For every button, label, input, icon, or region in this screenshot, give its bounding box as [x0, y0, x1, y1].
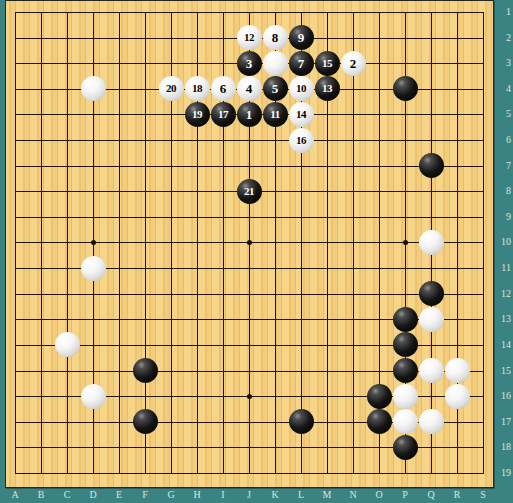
- black-stone[interactable]: [393, 76, 418, 101]
- white-stone[interactable]: [419, 358, 444, 383]
- black-stone[interactable]: [419, 153, 444, 178]
- white-stone[interactable]: [55, 332, 80, 357]
- black-stone[interactable]: [133, 358, 158, 383]
- white-stone[interactable]: 16: [289, 128, 314, 153]
- white-stone[interactable]: 20: [159, 76, 184, 101]
- column-label: Q: [421, 489, 441, 501]
- move-number: 13: [322, 83, 332, 94]
- column-label: K: [265, 489, 285, 501]
- black-stone[interactable]: 7: [289, 51, 314, 76]
- black-stone[interactable]: [393, 307, 418, 332]
- black-stone[interactable]: 13: [315, 76, 340, 101]
- move-number: 19: [192, 109, 202, 120]
- move-number: 17: [218, 109, 228, 120]
- black-stone[interactable]: 17: [211, 102, 236, 127]
- black-stone[interactable]: 21: [237, 179, 262, 204]
- black-stone[interactable]: [393, 332, 418, 357]
- column-label: J: [239, 489, 259, 501]
- row-label: 19: [494, 467, 511, 479]
- white-stone[interactable]: [445, 384, 470, 409]
- column-label: C: [57, 489, 77, 501]
- row-label: 11: [494, 262, 511, 274]
- column-label: E: [109, 489, 129, 501]
- black-stone[interactable]: 19: [185, 102, 210, 127]
- white-stone[interactable]: [419, 230, 444, 255]
- black-stone[interactable]: 11: [263, 102, 288, 127]
- move-number: 4: [246, 82, 253, 95]
- move-number: 1: [246, 108, 253, 121]
- black-stone[interactable]: [393, 358, 418, 383]
- black-stone[interactable]: [393, 435, 418, 460]
- move-number: 8: [272, 31, 279, 44]
- row-label: 17: [494, 416, 511, 428]
- black-stone[interactable]: [133, 409, 158, 434]
- row-label: 16: [494, 390, 511, 402]
- black-stone[interactable]: 15: [315, 51, 340, 76]
- white-stone[interactable]: 12: [237, 25, 262, 50]
- column-label: N: [343, 489, 363, 501]
- move-number: 10: [296, 83, 306, 94]
- white-stone[interactable]: [393, 409, 418, 434]
- white-stone[interactable]: [393, 384, 418, 409]
- white-stone[interactable]: 2: [341, 51, 366, 76]
- move-number: 6: [220, 82, 227, 95]
- row-label: 2: [494, 32, 511, 44]
- column-label: L: [291, 489, 311, 501]
- white-stone[interactable]: 8: [263, 25, 288, 50]
- row-label: 5: [494, 108, 511, 120]
- black-stone[interactable]: [419, 281, 444, 306]
- black-stone[interactable]: [289, 409, 314, 434]
- black-stone[interactable]: [367, 384, 392, 409]
- move-number: 5: [272, 82, 279, 95]
- column-label: O: [369, 489, 389, 501]
- move-number: 20: [166, 83, 176, 94]
- row-label: 7: [494, 160, 511, 172]
- row-label: 9: [494, 211, 511, 223]
- white-stone[interactable]: 18: [185, 76, 210, 101]
- black-stone[interactable]: 9: [289, 25, 314, 50]
- move-number: 7: [298, 57, 305, 70]
- move-number: 15: [322, 58, 332, 69]
- move-number: 16: [296, 135, 306, 146]
- black-stone[interactable]: 3: [237, 51, 262, 76]
- white-stone[interactable]: 6: [211, 76, 236, 101]
- row-label: 15: [494, 365, 511, 377]
- row-label: 10: [494, 236, 511, 248]
- row-label: 8: [494, 185, 511, 197]
- row-label: 13: [494, 313, 511, 325]
- row-label: 12: [494, 288, 511, 300]
- row-label: 18: [494, 441, 511, 453]
- column-label: I: [213, 489, 233, 501]
- column-label: M: [317, 489, 337, 501]
- column-label: G: [161, 489, 181, 501]
- row-label: 3: [494, 57, 511, 69]
- column-label: F: [135, 489, 155, 501]
- column-label: A: [5, 489, 25, 501]
- black-stone[interactable]: 1: [237, 102, 262, 127]
- move-number: 21: [244, 186, 254, 197]
- white-stone[interactable]: [81, 256, 106, 281]
- white-stone[interactable]: 4: [237, 76, 262, 101]
- row-label: 1: [494, 6, 511, 18]
- move-number: 18: [192, 83, 202, 94]
- move-number: 2: [350, 57, 357, 70]
- column-label: S: [473, 489, 493, 501]
- black-stone[interactable]: 5: [263, 76, 288, 101]
- move-number: 3: [246, 57, 253, 70]
- row-label: 6: [494, 134, 511, 146]
- white-stone[interactable]: [419, 409, 444, 434]
- move-number: 11: [270, 109, 279, 120]
- column-label: B: [31, 489, 51, 501]
- column-label: P: [395, 489, 415, 501]
- white-stone[interactable]: [81, 384, 106, 409]
- white-stone[interactable]: 10: [289, 76, 314, 101]
- move-number: 9: [298, 31, 305, 44]
- go-diagram: 123456789101112131415161718192021 ABCDEF…: [0, 0, 513, 503]
- black-stone[interactable]: [367, 409, 392, 434]
- white-stone[interactable]: [263, 51, 288, 76]
- white-stone[interactable]: 14: [289, 102, 314, 127]
- move-number: 14: [296, 109, 306, 120]
- column-label: D: [83, 489, 103, 501]
- column-label: R: [447, 489, 467, 501]
- column-label: H: [187, 489, 207, 501]
- white-stone[interactable]: [81, 76, 106, 101]
- move-number: 12: [244, 32, 254, 43]
- white-stone[interactable]: [419, 307, 444, 332]
- white-stone[interactable]: [445, 358, 470, 383]
- row-label: 14: [494, 339, 511, 351]
- stones-layer: 123456789101112131415161718192021: [2, 0, 496, 486]
- row-label: 4: [494, 83, 511, 95]
